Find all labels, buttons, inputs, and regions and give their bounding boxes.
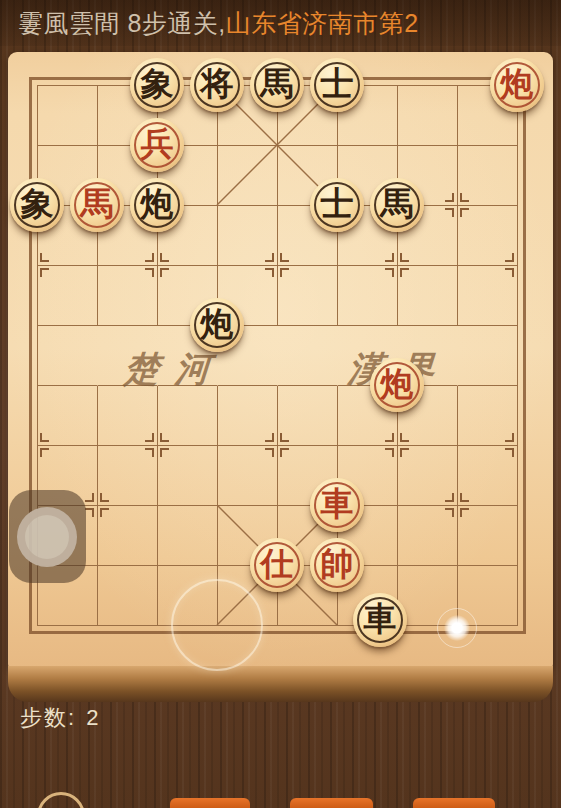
title-bar: 霋風雲間 8步通关,山东省济南市第2 — [0, 0, 561, 46]
assist-button-icon[interactable] — [17, 507, 77, 567]
bottom-button-3[interactable] — [413, 798, 495, 808]
river-label-left: 楚河 — [122, 346, 227, 393]
red-soldier[interactable]: 兵 — [130, 118, 184, 172]
app-screen: 霋風雲間 8步通关,山东省济南市第2 楚河 漢界 象将馬士炮兵象馬炮士馬炮炮車仕… — [0, 0, 561, 808]
black-advisor[interactable]: 士 — [310, 178, 364, 232]
board-edge — [8, 666, 553, 702]
red-general[interactable]: 帥 — [310, 538, 364, 592]
black-chariot[interactable]: 車 — [353, 593, 407, 647]
red-advisor[interactable]: 仕 — [250, 538, 304, 592]
xiangqi-board[interactable]: 楚河 漢界 象将馬士炮兵象馬炮士馬炮炮車仕帥車 — [8, 52, 553, 668]
player-location: 山东省济南市第2 — [226, 9, 419, 37]
black-cannon[interactable]: 炮 — [130, 178, 184, 232]
floating-assist-widget[interactable] — [9, 490, 86, 583]
level-title: 霋風雲間 8步通关,山东省济南市第2 — [18, 7, 419, 40]
bottom-button-2[interactable] — [290, 798, 373, 808]
last-move-ring — [171, 579, 263, 671]
red-cannon[interactable]: 炮 — [370, 358, 424, 412]
bottom-circle-button[interactable] — [37, 792, 85, 808]
move-origin-glow — [437, 608, 477, 648]
black-elephant[interactable]: 象 — [10, 178, 64, 232]
black-horse[interactable]: 馬 — [250, 58, 304, 112]
move-counter: 步数:2 — [20, 703, 100, 733]
red-cannon[interactable]: 炮 — [490, 58, 544, 112]
red-chariot[interactable]: 車 — [310, 478, 364, 532]
black-advisor[interactable]: 士 — [310, 58, 364, 112]
player-name: 霋風雲間 8步通关, — [18, 9, 226, 37]
red-horse[interactable]: 馬 — [70, 178, 124, 232]
black-cannon[interactable]: 炮 — [190, 298, 244, 352]
black-general[interactable]: 将 — [190, 58, 244, 112]
move-counter-value: 2 — [86, 705, 100, 730]
move-counter-label: 步数: — [20, 705, 76, 730]
black-horse[interactable]: 馬 — [370, 178, 424, 232]
bottom-button-1[interactable] — [170, 798, 250, 808]
black-elephant[interactable]: 象 — [130, 58, 184, 112]
